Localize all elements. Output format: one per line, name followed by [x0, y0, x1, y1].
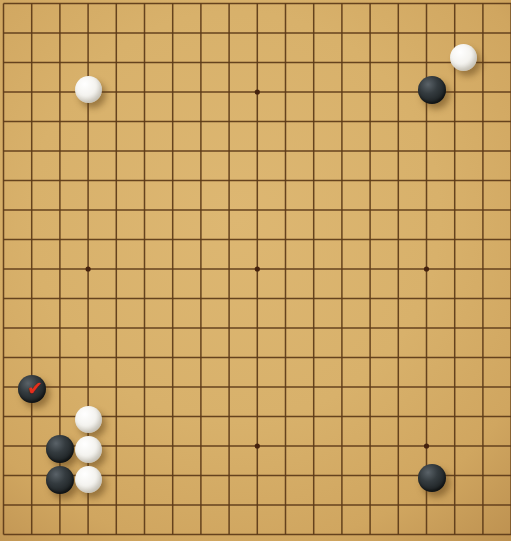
stone-white-D5 [75, 406, 102, 433]
stone-black-B6: ✔ [18, 375, 46, 403]
stones-layer: ✔ [0, 0, 511, 541]
stone-black-Q3 [418, 464, 446, 492]
last-move-marker: ✔ [27, 379, 43, 398]
stone-black-C4 [46, 435, 74, 463]
stone-black-Q16 [418, 76, 446, 104]
go-board[interactable]: ✔ [0, 0, 511, 541]
stone-black-C3 [46, 466, 74, 494]
stone-white-D4 [75, 436, 102, 463]
stone-white-D16 [75, 76, 102, 103]
stone-white-R17 [450, 44, 477, 71]
stone-white-D3 [75, 466, 102, 493]
